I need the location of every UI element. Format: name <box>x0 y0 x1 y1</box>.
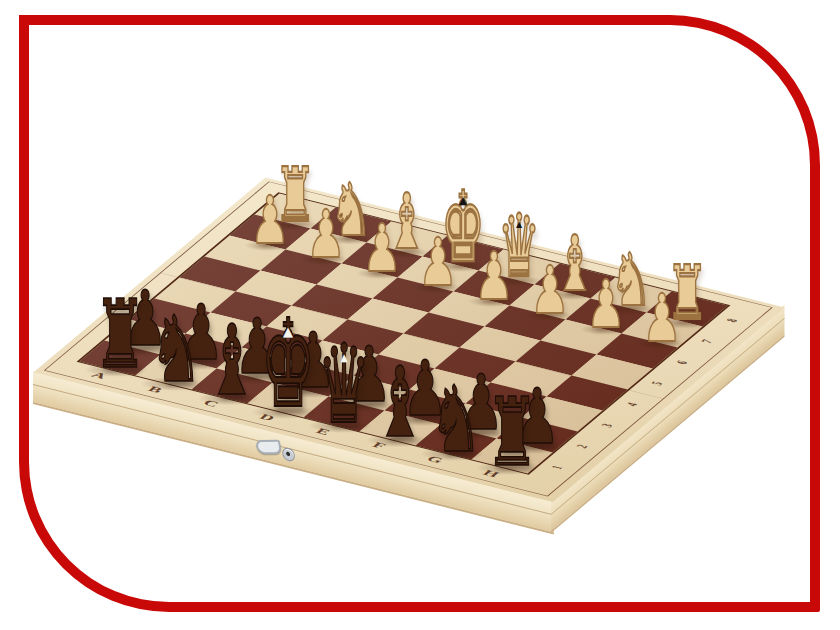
piece-light-pawn-g7[interactable]: ♟ <box>586 295 625 330</box>
piece-dark-queen-e1[interactable]: ▲♛ <box>318 381 371 428</box>
piece-light-pawn-h7[interactable]: ♟ <box>642 309 681 344</box>
light-pawn-glyph: ♟ <box>418 235 457 288</box>
dark-bishop-glyph: ♝ <box>206 322 257 400</box>
queen-finial-icon: ▲ <box>340 353 348 363</box>
pieces-layer: ♜♞♝▲♚▲♛♝♞♜♟♟♟♟♟♟♟♟♟♟♟♟♟♟♟♟♜♞♝▲♚▲♛♝♞♜ <box>0 0 840 630</box>
light-pawn-glyph: ♟ <box>530 263 569 316</box>
piece-light-pawn-a7[interactable]: ♟ <box>250 211 289 246</box>
king-finial-icon: ▲ <box>459 195 467 206</box>
piece-dark-knight-b1[interactable]: ♞ <box>150 339 203 386</box>
light-pawn-glyph: ♟ <box>306 207 345 260</box>
piece-dark-king-d1[interactable]: ▲♚ <box>261 365 316 414</box>
dark-knight-glyph: ♞ <box>430 383 483 456</box>
piece-light-pawn-b7[interactable]: ♟ <box>306 225 345 260</box>
piece-light-pawn-c7[interactable]: ♟ <box>362 239 401 274</box>
product-photo: ABCDEFGH 12345678 ♜♞♝▲♚▲♛♝♞♜♟♟♟♟♟♟♟♟♟♟♟♟… <box>0 0 840 630</box>
dark-knight-glyph: ♞ <box>150 313 203 386</box>
light-pawn-glyph: ♟ <box>642 291 681 344</box>
light-pawn-glyph: ♟ <box>474 249 513 302</box>
piece-dark-knight-g1[interactable]: ♞ <box>430 409 483 456</box>
piece-dark-rook-h1[interactable]: ♜ <box>486 423 539 470</box>
piece-light-pawn-d7[interactable]: ♟ <box>418 253 457 288</box>
king-finial-icon: ▲ <box>283 325 293 338</box>
piece-light-pawn-e7[interactable]: ♟ <box>474 267 513 302</box>
piece-light-pawn-f7[interactable]: ♟ <box>530 281 569 316</box>
piece-dark-bishop-f1[interactable]: ♝ <box>374 396 425 442</box>
light-pawn-glyph: ♟ <box>250 193 289 246</box>
piece-dark-rook-a1[interactable]: ♜ <box>94 325 147 372</box>
light-pawn-glyph: ♟ <box>362 221 401 274</box>
dark-bishop-glyph: ♝ <box>374 364 425 442</box>
dark-rook-glyph: ♜ <box>486 395 539 471</box>
dark-rook-glyph: ♜ <box>94 297 147 373</box>
light-pawn-glyph: ♟ <box>586 277 625 330</box>
queen-finial-icon: ▲ <box>516 221 522 229</box>
piece-dark-bishop-c1[interactable]: ♝ <box>206 354 257 400</box>
